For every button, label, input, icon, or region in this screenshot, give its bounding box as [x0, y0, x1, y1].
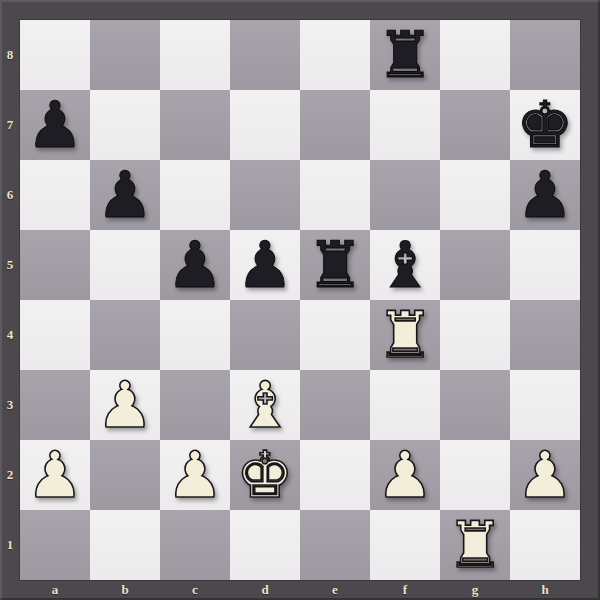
square-g5[interactable]: [440, 230, 510, 300]
square-d1[interactable]: [230, 510, 300, 580]
rank-label-7: 7: [0, 90, 20, 160]
chess-board-frame: 87654321 ♜♟♚♟♟♟♟♜♝♜♟♝♟♟♚♟♟♜ abcdefgh: [0, 0, 600, 600]
square-a8[interactable]: [20, 20, 90, 90]
square-b6[interactable]: ♟: [90, 160, 160, 230]
square-a6[interactable]: [20, 160, 90, 230]
piece-white-king-d2[interactable]: ♚: [236, 440, 293, 510]
rank-label-6: 6: [0, 160, 20, 230]
piece-white-pawn-h2[interactable]: ♟: [516, 440, 573, 510]
piece-white-bishop-d3[interactable]: ♝: [236, 370, 293, 440]
square-h2[interactable]: ♟: [510, 440, 580, 510]
square-b2[interactable]: [90, 440, 160, 510]
square-b3[interactable]: ♟: [90, 370, 160, 440]
square-a1[interactable]: [20, 510, 90, 580]
square-d3[interactable]: ♝: [230, 370, 300, 440]
rank-label-3: 3: [0, 370, 20, 440]
square-g2[interactable]: [440, 440, 510, 510]
piece-black-rook-f8[interactable]: ♜: [376, 20, 433, 90]
square-d4[interactable]: [230, 300, 300, 370]
square-a2[interactable]: ♟: [20, 440, 90, 510]
piece-black-pawn-h6[interactable]: ♟: [516, 160, 573, 230]
square-b8[interactable]: [90, 20, 160, 90]
square-g7[interactable]: [440, 90, 510, 160]
square-f5[interactable]: ♝: [370, 230, 440, 300]
file-label-h: h: [510, 580, 580, 600]
piece-black-rook-e5[interactable]: ♜: [306, 230, 363, 300]
square-b7[interactable]: [90, 90, 160, 160]
square-e5[interactable]: ♜: [300, 230, 370, 300]
square-f4[interactable]: ♜: [370, 300, 440, 370]
piece-black-bishop-f5[interactable]: ♝: [376, 230, 433, 300]
square-f3[interactable]: [370, 370, 440, 440]
square-e1[interactable]: [300, 510, 370, 580]
square-h7[interactable]: ♚: [510, 90, 580, 160]
square-b4[interactable]: [90, 300, 160, 370]
square-g1[interactable]: ♜: [440, 510, 510, 580]
square-g8[interactable]: [440, 20, 510, 90]
square-f7[interactable]: [370, 90, 440, 160]
rank-label-1: 1: [0, 510, 20, 580]
square-c6[interactable]: [160, 160, 230, 230]
square-h8[interactable]: [510, 20, 580, 90]
file-label-b: b: [90, 580, 160, 600]
square-f6[interactable]: [370, 160, 440, 230]
square-f8[interactable]: ♜: [370, 20, 440, 90]
piece-white-pawn-c2[interactable]: ♟: [166, 440, 223, 510]
piece-white-pawn-f2[interactable]: ♟: [376, 440, 433, 510]
square-g6[interactable]: [440, 160, 510, 230]
file-label-a: a: [20, 580, 90, 600]
piece-white-pawn-a2[interactable]: ♟: [26, 440, 83, 510]
square-a7[interactable]: ♟: [20, 90, 90, 160]
square-d8[interactable]: [230, 20, 300, 90]
square-b5[interactable]: [90, 230, 160, 300]
square-d2[interactable]: ♚: [230, 440, 300, 510]
square-c4[interactable]: [160, 300, 230, 370]
file-label-e: e: [300, 580, 370, 600]
rank-label-8: 8: [0, 20, 20, 90]
rank-label-5: 5: [0, 230, 20, 300]
square-f2[interactable]: ♟: [370, 440, 440, 510]
square-e2[interactable]: [300, 440, 370, 510]
square-h3[interactable]: [510, 370, 580, 440]
piece-white-pawn-b3[interactable]: ♟: [96, 370, 153, 440]
square-c1[interactable]: [160, 510, 230, 580]
square-a5[interactable]: [20, 230, 90, 300]
square-g4[interactable]: [440, 300, 510, 370]
piece-black-pawn-a7[interactable]: ♟: [26, 90, 83, 160]
square-e3[interactable]: [300, 370, 370, 440]
square-c7[interactable]: [160, 90, 230, 160]
file-label-g: g: [440, 580, 510, 600]
square-b1[interactable]: [90, 510, 160, 580]
square-e6[interactable]: [300, 160, 370, 230]
square-f1[interactable]: [370, 510, 440, 580]
piece-black-pawn-d5[interactable]: ♟: [236, 230, 293, 300]
square-c8[interactable]: [160, 20, 230, 90]
file-label-c: c: [160, 580, 230, 600]
chess-board[interactable]: ♜♟♚♟♟♟♟♜♝♜♟♝♟♟♚♟♟♜: [20, 20, 580, 580]
square-e8[interactable]: [300, 20, 370, 90]
square-e4[interactable]: [300, 300, 370, 370]
square-g3[interactable]: [440, 370, 510, 440]
square-h6[interactable]: ♟: [510, 160, 580, 230]
file-label-d: d: [230, 580, 300, 600]
piece-white-rook-f4[interactable]: ♜: [376, 300, 433, 370]
square-a3[interactable]: [20, 370, 90, 440]
square-h4[interactable]: [510, 300, 580, 370]
square-d6[interactable]: [230, 160, 300, 230]
file-labels: abcdefgh: [20, 580, 580, 600]
square-c5[interactable]: ♟: [160, 230, 230, 300]
square-h1[interactable]: [510, 510, 580, 580]
square-a4[interactable]: [20, 300, 90, 370]
square-c2[interactable]: ♟: [160, 440, 230, 510]
square-e7[interactable]: [300, 90, 370, 160]
square-c3[interactable]: [160, 370, 230, 440]
piece-black-pawn-c5[interactable]: ♟: [166, 230, 223, 300]
piece-black-pawn-b6[interactable]: ♟: [96, 160, 153, 230]
square-d5[interactable]: ♟: [230, 230, 300, 300]
piece-black-king-h7[interactable]: ♚: [516, 90, 573, 160]
square-d7[interactable]: [230, 90, 300, 160]
rank-labels: 87654321: [0, 20, 20, 580]
file-label-f: f: [370, 580, 440, 600]
rank-label-4: 4: [0, 300, 20, 370]
piece-white-rook-g1[interactable]: ♜: [446, 510, 503, 580]
rank-label-2: 2: [0, 440, 20, 510]
square-h5[interactable]: [510, 230, 580, 300]
